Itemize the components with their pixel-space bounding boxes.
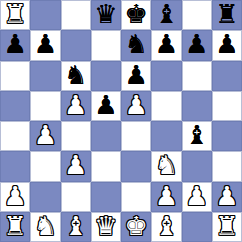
white-pawn[interactable]: ♟: [185, 183, 208, 209]
square-h5[interactable]: [212, 91, 242, 121]
black-knight[interactable]: ♞: [124, 31, 147, 57]
square-f1[interactable]: ♝: [151, 212, 181, 242]
square-h1[interactable]: ♜: [212, 212, 242, 242]
square-g6[interactable]: [182, 61, 212, 91]
square-d4[interactable]: [91, 121, 121, 151]
black-queen[interactable]: ♛: [94, 1, 117, 27]
square-a1[interactable]: ♜: [0, 212, 30, 242]
black-pawn[interactable]: ♟: [94, 92, 117, 118]
square-b4[interactable]: ♟: [30, 121, 60, 151]
square-f8[interactable]: ♝: [151, 0, 181, 30]
square-b1[interactable]: ♞: [30, 212, 60, 242]
black-rook[interactable]: ♜: [215, 1, 238, 27]
square-c3[interactable]: ♟: [61, 151, 91, 181]
square-b3[interactable]: [30, 151, 60, 181]
square-e5[interactable]: ♟: [121, 91, 151, 121]
square-c1[interactable]: ♝: [61, 212, 91, 242]
white-knight[interactable]: ♞: [34, 213, 57, 239]
square-g1[interactable]: [182, 212, 212, 242]
square-d3[interactable]: [91, 151, 121, 181]
square-d2[interactable]: [91, 182, 121, 212]
square-e3[interactable]: [121, 151, 151, 181]
white-rook[interactable]: ♜: [215, 213, 238, 239]
white-pawn[interactable]: ♟: [215, 183, 238, 209]
square-h2[interactable]: ♟: [212, 182, 242, 212]
square-g5[interactable]: [182, 91, 212, 121]
square-f6[interactable]: [151, 61, 181, 91]
square-h4[interactable]: [212, 121, 242, 151]
square-e2[interactable]: [121, 182, 151, 212]
black-knight[interactable]: ♞: [64, 62, 87, 88]
square-b7[interactable]: ♟: [30, 30, 60, 60]
black-pawn[interactable]: ♟: [3, 31, 26, 57]
black-pawn[interactable]: ♟: [185, 31, 208, 57]
white-rook[interactable]: ♜: [3, 1, 26, 27]
white-pawn[interactable]: ♟: [124, 92, 147, 118]
square-f2[interactable]: ♟: [151, 182, 181, 212]
square-d6[interactable]: [91, 61, 121, 91]
white-pawn[interactable]: ♟: [34, 122, 57, 148]
square-g4[interactable]: ♝: [182, 121, 212, 151]
square-c4[interactable]: [61, 121, 91, 151]
square-c2[interactable]: [61, 182, 91, 212]
black-bishop[interactable]: ♝: [155, 1, 178, 27]
square-f7[interactable]: ♟: [151, 30, 181, 60]
square-e8[interactable]: ♚: [121, 0, 151, 30]
square-b6[interactable]: [30, 61, 60, 91]
white-king[interactable]: ♚: [124, 213, 147, 239]
square-g7[interactable]: ♟: [182, 30, 212, 60]
square-e4[interactable]: [121, 121, 151, 151]
chess-board: ♜♛♚♝♜♟♟♞♟♟♟♞♟♟♟♟♟♝♟♞♟♟♟♟♜♞♝♛♚♝♜: [0, 0, 242, 242]
square-h6[interactable]: [212, 61, 242, 91]
white-rook[interactable]: ♜: [3, 213, 26, 239]
square-g3[interactable]: [182, 151, 212, 181]
black-bishop[interactable]: ♝: [185, 122, 208, 148]
black-pawn[interactable]: ♟: [34, 31, 57, 57]
white-pawn[interactable]: ♟: [64, 92, 87, 118]
white-queen[interactable]: ♛: [94, 213, 117, 239]
white-bishop[interactable]: ♝: [155, 213, 178, 239]
black-pawn[interactable]: ♟: [215, 31, 238, 57]
square-b5[interactable]: [30, 91, 60, 121]
white-bishop[interactable]: ♝: [64, 213, 87, 239]
square-e6[interactable]: ♟: [121, 61, 151, 91]
square-d1[interactable]: ♛: [91, 212, 121, 242]
square-e1[interactable]: ♚: [121, 212, 151, 242]
square-a8[interactable]: ♜: [0, 0, 30, 30]
square-f3[interactable]: ♞: [151, 151, 181, 181]
black-king[interactable]: ♚: [124, 1, 147, 27]
square-a2[interactable]: ♟: [0, 182, 30, 212]
white-knight[interactable]: ♞: [155, 152, 178, 178]
white-pawn[interactable]: ♟: [155, 183, 178, 209]
square-b8[interactable]: [30, 0, 60, 30]
square-d8[interactable]: ♛: [91, 0, 121, 30]
square-d5[interactable]: ♟: [91, 91, 121, 121]
square-e7[interactable]: ♞: [121, 30, 151, 60]
square-c8[interactable]: [61, 0, 91, 30]
square-a6[interactable]: [0, 61, 30, 91]
black-pawn[interactable]: ♟: [124, 62, 147, 88]
square-g2[interactable]: ♟: [182, 182, 212, 212]
square-a7[interactable]: ♟: [0, 30, 30, 60]
square-g8[interactable]: [182, 0, 212, 30]
square-f5[interactable]: [151, 91, 181, 121]
white-pawn[interactable]: ♟: [64, 152, 87, 178]
black-pawn[interactable]: ♟: [155, 31, 178, 57]
white-pawn[interactable]: ♟: [3, 183, 26, 209]
square-c7[interactable]: [61, 30, 91, 60]
square-c5[interactable]: ♟: [61, 91, 91, 121]
square-f4[interactable]: [151, 121, 181, 151]
square-c6[interactable]: ♞: [61, 61, 91, 91]
square-a4[interactable]: [0, 121, 30, 151]
square-a3[interactable]: [0, 151, 30, 181]
square-d7[interactable]: [91, 30, 121, 60]
square-h7[interactable]: ♟: [212, 30, 242, 60]
square-a5[interactable]: [0, 91, 30, 121]
square-h3[interactable]: [212, 151, 242, 181]
square-b2[interactable]: [30, 182, 60, 212]
square-h8[interactable]: ♜: [212, 0, 242, 30]
